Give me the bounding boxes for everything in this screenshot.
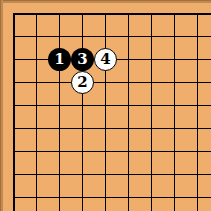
stones-layer: 1234 (0, 0, 211, 211)
stone-white-4: 4 (94, 48, 117, 71)
stone-white-2: 2 (71, 71, 94, 94)
stone-black-3: 3 (71, 48, 94, 71)
stone-black-1: 1 (48, 48, 71, 71)
go-board: 1234 (0, 0, 211, 211)
